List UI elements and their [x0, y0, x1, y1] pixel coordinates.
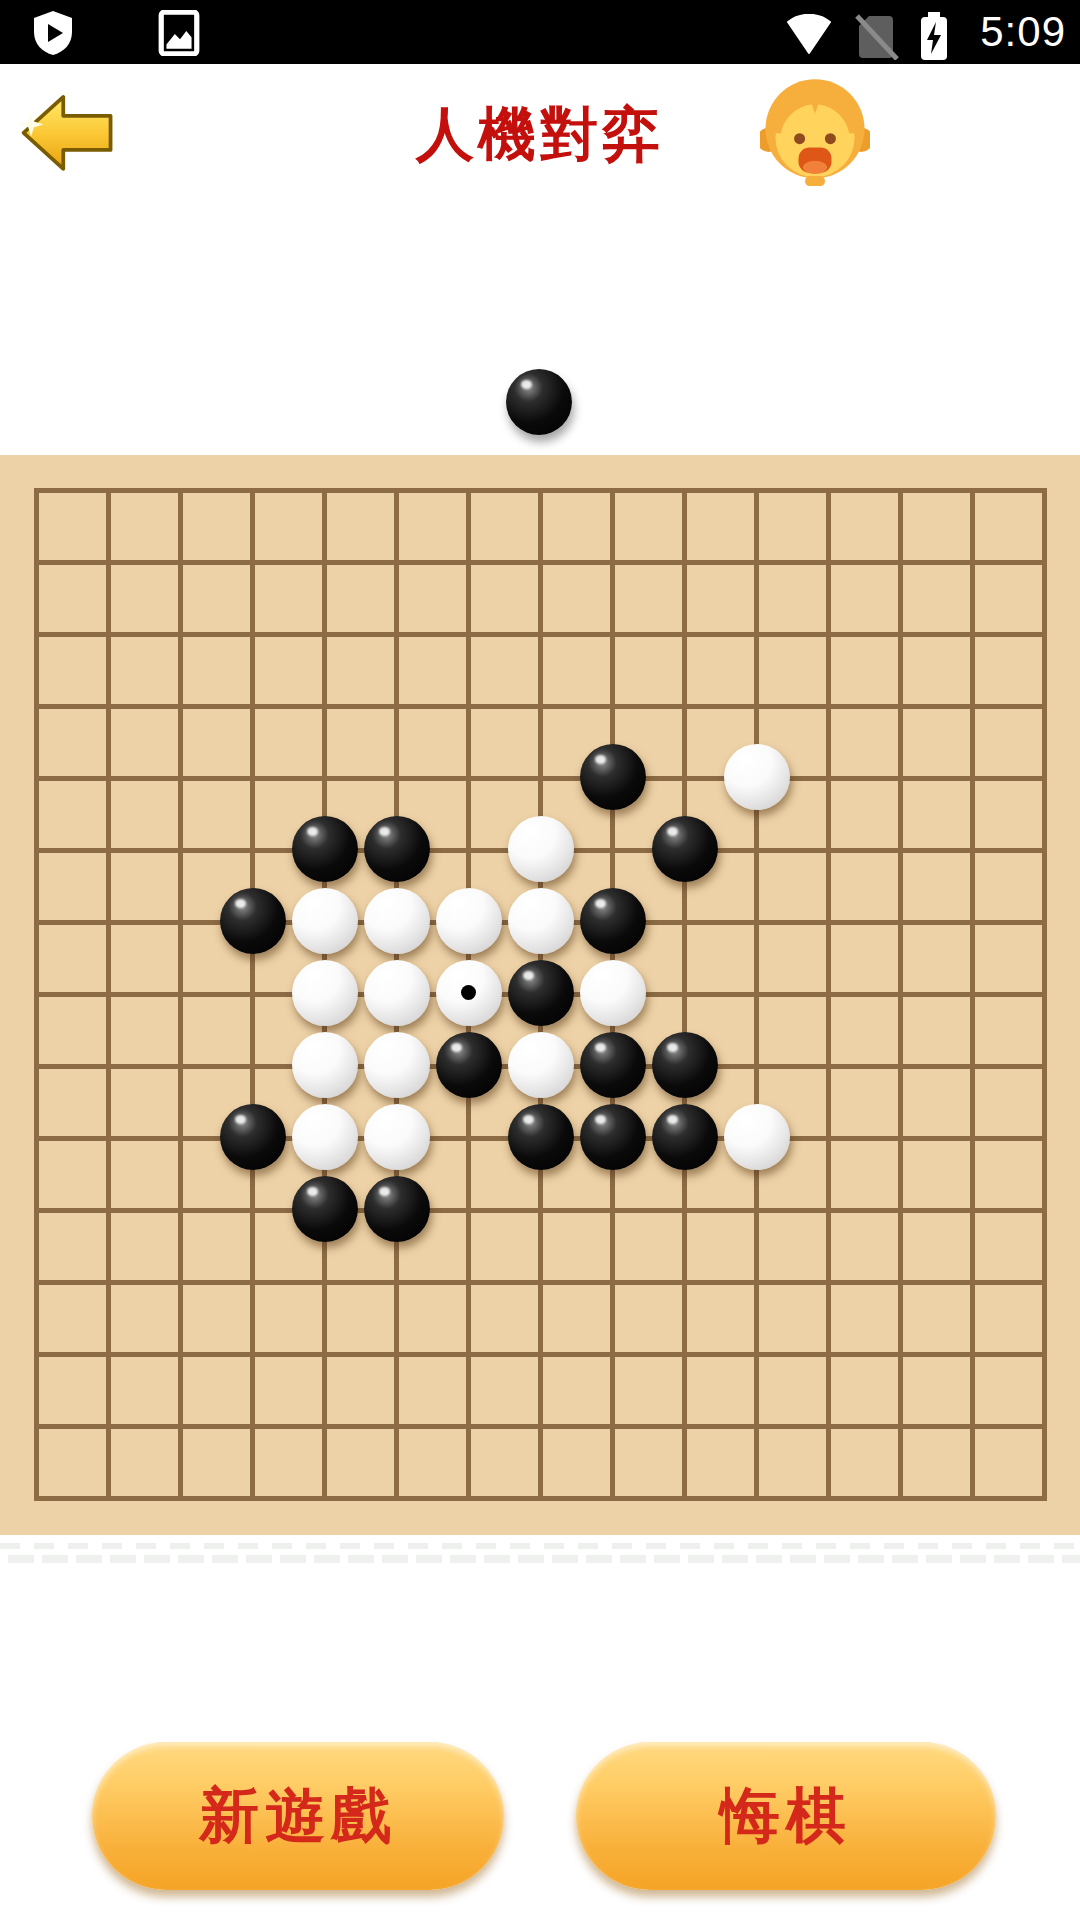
white-stone: [364, 1032, 430, 1098]
no-sim-icon: [855, 14, 899, 60]
black-stone: [292, 816, 358, 882]
new-game-button[interactable]: 新遊戲: [92, 1742, 504, 1890]
status-bar: 5:09: [0, 0, 1080, 64]
black-stone: [580, 744, 646, 810]
gomoku-board[interactable]: [0, 455, 1080, 1535]
white-stone: [364, 960, 430, 1026]
white-stone: [508, 816, 574, 882]
battery-charging-icon: [918, 12, 950, 60]
shield-play-icon: [30, 10, 76, 56]
white-stone: [292, 1032, 358, 1098]
black-stone: [436, 1032, 502, 1098]
undo-button[interactable]: 悔棋: [576, 1742, 996, 1890]
board-torn-edge: [0, 1543, 1080, 1549]
black-stone: [580, 1104, 646, 1170]
white-stone: [292, 888, 358, 954]
last-move-marker: [461, 985, 476, 1000]
white-stone: [724, 744, 790, 810]
white-stone: [364, 888, 430, 954]
wifi-icon: [787, 14, 831, 54]
white-stone: [364, 1104, 430, 1170]
black-stone: [580, 1032, 646, 1098]
screenshot-icon: [158, 10, 200, 56]
pending-black-stone: [506, 369, 572, 435]
clock-time: 5:09: [980, 8, 1066, 56]
black-stone: [364, 816, 430, 882]
black-stone: [364, 1176, 430, 1242]
black-stone: [220, 888, 286, 954]
app-screen: 5:09 人機對弈: [0, 0, 1080, 1920]
white-stone: [292, 1104, 358, 1170]
black-stone: [652, 816, 718, 882]
white-stone: [508, 888, 574, 954]
black-stone: [220, 1104, 286, 1170]
white-stone: [724, 1104, 790, 1170]
black-stone: [580, 888, 646, 954]
black-stone: [508, 960, 574, 1026]
white-stone: [580, 960, 646, 1026]
board-torn-edge: [0, 1555, 1080, 1563]
black-stone: [652, 1104, 718, 1170]
avatar-button[interactable]: [760, 76, 870, 186]
white-stone: [436, 888, 502, 954]
page-title: 人機對弈: [0, 96, 1080, 174]
black-stone: [508, 1104, 574, 1170]
white-stone: [508, 1032, 574, 1098]
black-stone: [652, 1032, 718, 1098]
white-stone: [292, 960, 358, 1026]
black-stone: [292, 1176, 358, 1242]
girl-face-emoji-icon: [760, 76, 870, 186]
